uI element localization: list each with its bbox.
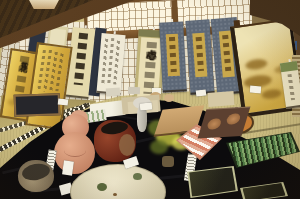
- text-column: [287, 74, 295, 100]
- scroll-header-green: [280, 61, 298, 72]
- name-tag: [62, 160, 74, 175]
- gourd-vessel: [54, 110, 98, 176]
- bowl-mouth: [21, 162, 51, 183]
- scroll-slate-2: [185, 19, 214, 94]
- name-tag: [140, 103, 152, 111]
- name-tag: [250, 86, 261, 94]
- pendant-lamp: [29, 0, 59, 9]
- red-vessel: [94, 120, 136, 162]
- copper-circle: [225, 113, 241, 125]
- ink-painting: [169, 37, 177, 72]
- screen-calligraphy: 雪月花: [12, 54, 30, 99]
- gold-panel: [166, 34, 180, 77]
- tea-bowl: [18, 160, 54, 192]
- gold-panel: [192, 33, 207, 78]
- photo-japanese-exhibition-room: 虚心 雪月花: [0, 0, 300, 199]
- glass-surface: [186, 167, 236, 196]
- text-column: [113, 40, 120, 84]
- card-back: [128, 87, 140, 95]
- calligraphy-column: [74, 33, 88, 86]
- vessel-tan-patch: [119, 134, 135, 156]
- scroll-slate-1: [159, 21, 187, 92]
- flower-base: [162, 156, 174, 167]
- painted-foliage: [261, 88, 282, 100]
- pale-board-back: [208, 91, 235, 107]
- name-tag: [58, 98, 69, 105]
- name-tag: [196, 89, 207, 96]
- glaze-dot: [113, 193, 117, 196]
- painted-foliage: [245, 58, 268, 71]
- bun-piece: [164, 94, 174, 102]
- leaf-cluster: [150, 140, 168, 154]
- card-back: [106, 88, 121, 97]
- ink-painting: [196, 37, 204, 71]
- ink-painting: [222, 35, 231, 71]
- copper-circle: [206, 118, 222, 130]
- glaze-spot: [133, 173, 142, 180]
- gourd-ridge: [64, 144, 86, 157]
- glaze-spot: [97, 183, 107, 191]
